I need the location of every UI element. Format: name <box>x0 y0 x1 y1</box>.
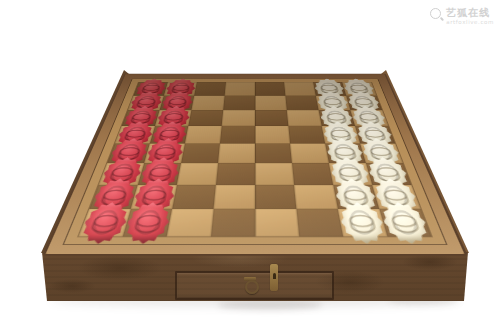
drop-shadow-center <box>218 300 322 310</box>
square-b1: ⛀ <box>123 209 172 236</box>
square-c8 <box>194 82 226 95</box>
square-e2 <box>255 185 296 209</box>
square-e1 <box>255 209 299 236</box>
square-d3 <box>216 163 255 185</box>
square-c1 <box>167 209 214 236</box>
square-e5 <box>255 126 290 144</box>
square-f1 <box>296 209 343 236</box>
keyhole-escutcheon <box>270 264 278 291</box>
white-piece: ⛀ <box>378 202 434 244</box>
drop-shadow-right <box>388 296 460 305</box>
square-c7 <box>191 96 224 111</box>
square-e4 <box>255 144 292 163</box>
watermark-subtext: artfoxlive.com <box>446 20 494 26</box>
magnifier-logo-icon <box>430 8 443 21</box>
square-d5 <box>220 126 255 144</box>
square-c4 <box>181 144 220 163</box>
square-d1 <box>211 209 255 236</box>
square-d6 <box>222 110 255 126</box>
photo-of-boxed-draughts-set: ⛀⛀⛀⛀⛀⛀⛀⛀⛀⛀⛀⛀⛀⛀⛀⛀⛀⛀⛀⛀⛀⛀⛀⛀⛀⛀⛀⛀⛀⛀⛀⛀ 艺狐在线 ar… <box>0 0 500 334</box>
drawer-ring-pull <box>245 280 259 294</box>
square-e8 <box>255 82 285 95</box>
red-piece: ⛀ <box>76 202 132 244</box>
square-d8 <box>225 82 255 95</box>
square-c2 <box>172 185 216 209</box>
square-f4 <box>290 144 329 163</box>
board-frame: ⛀⛀⛀⛀⛀⛀⛀⛀⛀⛀⛀⛀⛀⛀⛀⛀⛀⛀⛀⛀⛀⛀⛀⛀⛀⛀⛀⛀⛀⛀⛀⛀ <box>42 74 468 256</box>
square-f5 <box>288 126 325 144</box>
square-f2 <box>294 185 338 209</box>
square-c5 <box>185 126 222 144</box>
square-e3 <box>255 163 294 185</box>
square-d7 <box>223 96 255 111</box>
board-apron: ⛀⛀⛀⛀⛀⛀⛀⛀⛀⛀⛀⛀⛀⛀⛀⛀⛀⛀⛀⛀⛀⛀⛀⛀⛀⛀⛀⛀⛀⛀⛀⛀ <box>62 79 447 245</box>
square-f3 <box>292 163 333 185</box>
square-h1: ⛀ <box>379 209 431 236</box>
square-d2 <box>214 185 255 209</box>
square-f6 <box>287 110 322 126</box>
watermark-text: 艺狐在线 <box>446 8 494 18</box>
game-board: ⛀⛀⛀⛀⛀⛀⛀⛀⛀⛀⛀⛀⛀⛀⛀⛀⛀⛀⛀⛀⛀⛀⛀⛀⛀⛀⛀⛀⛀⛀⛀⛀ <box>77 82 433 237</box>
watermark: 艺狐在线 artfoxlive.com <box>430 8 494 25</box>
square-d4 <box>218 144 255 163</box>
square-c3 <box>177 163 218 185</box>
square-e6 <box>255 110 288 126</box>
square-f7 <box>285 96 318 111</box>
square-c6 <box>188 110 223 126</box>
square-e7 <box>255 96 287 111</box>
square-f8 <box>284 82 316 95</box>
